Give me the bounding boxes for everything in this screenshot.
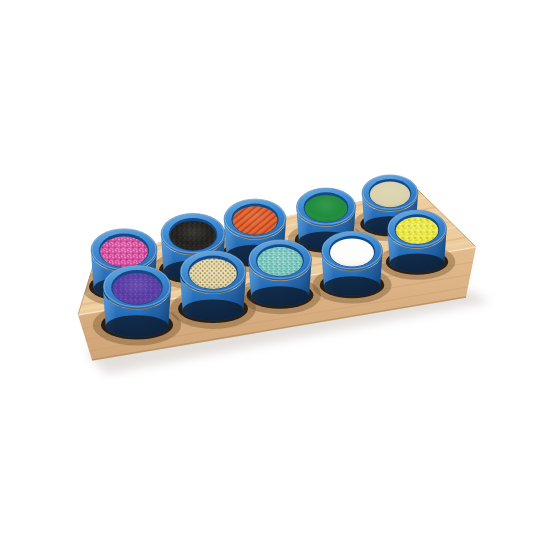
cup-purple-felt[interactable]	[103, 265, 171, 337]
cup-white-smooth[interactable]	[322, 231, 383, 295]
cup-yellow-sponge[interactable]	[388, 210, 447, 272]
cup-tan-mesh[interactable]	[180, 251, 246, 321]
cup-teal-terry[interactable]	[249, 240, 312, 306]
tactile-game-scene	[0, 0, 550, 550]
product-photo-stage	[0, 0, 550, 550]
